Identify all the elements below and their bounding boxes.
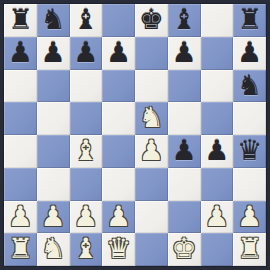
square-g7[interactable] xyxy=(201,37,234,70)
square-h7[interactable]: ♟ xyxy=(233,37,266,70)
square-d4[interactable] xyxy=(102,135,135,168)
square-d3[interactable] xyxy=(102,168,135,201)
square-e1[interactable] xyxy=(135,233,168,266)
square-g1[interactable] xyxy=(201,233,234,266)
square-f5[interactable] xyxy=(168,102,201,135)
square-a4[interactable] xyxy=(4,135,37,168)
square-f1[interactable]: ♚ xyxy=(168,233,201,266)
black-pawn-f4[interactable]: ♟ xyxy=(172,135,197,168)
square-c7[interactable]: ♟ xyxy=(70,37,103,70)
white-pawn-d2[interactable]: ♟ xyxy=(106,201,131,234)
square-h2[interactable]: ♟ xyxy=(233,201,266,234)
black-bishop-c8[interactable]: ♝ xyxy=(73,4,98,37)
square-h1[interactable]: ♜ xyxy=(233,233,266,266)
square-d8[interactable] xyxy=(102,4,135,37)
black-bishop-f8[interactable]: ♝ xyxy=(172,4,197,37)
square-d7[interactable]: ♟ xyxy=(102,37,135,70)
white-rook-h1[interactable]: ♜ xyxy=(237,233,262,266)
square-g2[interactable]: ♟ xyxy=(201,201,234,234)
square-c6[interactable] xyxy=(70,70,103,103)
black-pawn-c7[interactable]: ♟ xyxy=(73,37,98,70)
black-king-e8[interactable]: ♚ xyxy=(139,4,164,37)
square-a2[interactable]: ♟ xyxy=(4,201,37,234)
black-pawn-b7[interactable]: ♟ xyxy=(41,37,66,70)
square-f4[interactable]: ♟ xyxy=(168,135,201,168)
square-b6[interactable] xyxy=(37,70,70,103)
black-pawn-f7[interactable]: ♟ xyxy=(172,37,197,70)
square-b8[interactable]: ♞ xyxy=(37,4,70,37)
square-a1[interactable]: ♜ xyxy=(4,233,37,266)
square-h5[interactable] xyxy=(233,102,266,135)
square-b7[interactable]: ♟ xyxy=(37,37,70,70)
white-pawn-g2[interactable]: ♟ xyxy=(204,201,229,234)
white-king-f1[interactable]: ♚ xyxy=(172,233,197,266)
square-h3[interactable] xyxy=(233,168,266,201)
black-rook-a8[interactable]: ♜ xyxy=(8,4,33,37)
square-f6[interactable] xyxy=(168,70,201,103)
white-pawn-e4[interactable]: ♟ xyxy=(139,135,164,168)
black-rook-h8[interactable]: ♜ xyxy=(237,4,262,37)
chess-board-frame: ♜♞♝♚♝♜♟♟♟♟♟♟♞♞♝♟♟♟♛♟♟♟♟♟♟♜♞♝♛♚♜ xyxy=(0,0,270,270)
square-a3[interactable] xyxy=(4,168,37,201)
square-f8[interactable]: ♝ xyxy=(168,4,201,37)
square-h4[interactable]: ♛ xyxy=(233,135,266,168)
square-c2[interactable]: ♟ xyxy=(70,201,103,234)
square-e7[interactable] xyxy=(135,37,168,70)
square-d6[interactable] xyxy=(102,70,135,103)
square-e2[interactable] xyxy=(135,201,168,234)
square-g4[interactable]: ♟ xyxy=(201,135,234,168)
square-f3[interactable] xyxy=(168,168,201,201)
white-pawn-h2[interactable]: ♟ xyxy=(237,201,262,234)
white-pawn-b2[interactable]: ♟ xyxy=(41,201,66,234)
square-d2[interactable]: ♟ xyxy=(102,201,135,234)
square-e3[interactable] xyxy=(135,168,168,201)
white-pawn-a2[interactable]: ♟ xyxy=(8,201,33,234)
square-c3[interactable] xyxy=(70,168,103,201)
square-a7[interactable]: ♟ xyxy=(4,37,37,70)
square-g8[interactable] xyxy=(201,4,234,37)
square-b5[interactable] xyxy=(37,102,70,135)
black-knight-h6[interactable]: ♞ xyxy=(237,70,262,103)
square-e8[interactable]: ♚ xyxy=(135,4,168,37)
square-b4[interactable] xyxy=(37,135,70,168)
square-a6[interactable] xyxy=(4,70,37,103)
square-f7[interactable]: ♟ xyxy=(168,37,201,70)
square-c8[interactable]: ♝ xyxy=(70,4,103,37)
black-queen-h4[interactable]: ♛ xyxy=(237,135,262,168)
square-b3[interactable] xyxy=(37,168,70,201)
square-a8[interactable]: ♜ xyxy=(4,4,37,37)
black-pawn-g4[interactable]: ♟ xyxy=(204,135,229,168)
square-b2[interactable]: ♟ xyxy=(37,201,70,234)
square-g6[interactable] xyxy=(201,70,234,103)
square-h6[interactable]: ♞ xyxy=(233,70,266,103)
white-bishop-c1[interactable]: ♝ xyxy=(73,233,98,266)
square-h8[interactable]: ♜ xyxy=(233,4,266,37)
black-knight-b8[interactable]: ♞ xyxy=(41,4,66,37)
square-e4[interactable]: ♟ xyxy=(135,135,168,168)
square-e5[interactable]: ♞ xyxy=(135,102,168,135)
square-e6[interactable] xyxy=(135,70,168,103)
white-knight-e5[interactable]: ♞ xyxy=(139,102,164,135)
square-d1[interactable]: ♛ xyxy=(102,233,135,266)
white-rook-a1[interactable]: ♜ xyxy=(8,233,33,266)
square-b1[interactable]: ♞ xyxy=(37,233,70,266)
chess-board: ♜♞♝♚♝♜♟♟♟♟♟♟♞♞♝♟♟♟♛♟♟♟♟♟♟♜♞♝♛♚♜ xyxy=(4,4,266,266)
black-pawn-a7[interactable]: ♟ xyxy=(8,37,33,70)
square-c1[interactable]: ♝ xyxy=(70,233,103,266)
square-d5[interactable] xyxy=(102,102,135,135)
white-pawn-c2[interactable]: ♟ xyxy=(73,201,98,234)
black-pawn-h7[interactable]: ♟ xyxy=(237,37,262,70)
square-g3[interactable] xyxy=(201,168,234,201)
square-c4[interactable]: ♝ xyxy=(70,135,103,168)
white-knight-b1[interactable]: ♞ xyxy=(41,233,66,266)
square-c5[interactable] xyxy=(70,102,103,135)
square-a5[interactable] xyxy=(4,102,37,135)
square-f2[interactable] xyxy=(168,201,201,234)
black-pawn-d7[interactable]: ♟ xyxy=(106,37,131,70)
square-g5[interactable] xyxy=(201,102,234,135)
white-queen-d1[interactable]: ♛ xyxy=(106,233,131,266)
white-bishop-c4[interactable]: ♝ xyxy=(73,135,98,168)
